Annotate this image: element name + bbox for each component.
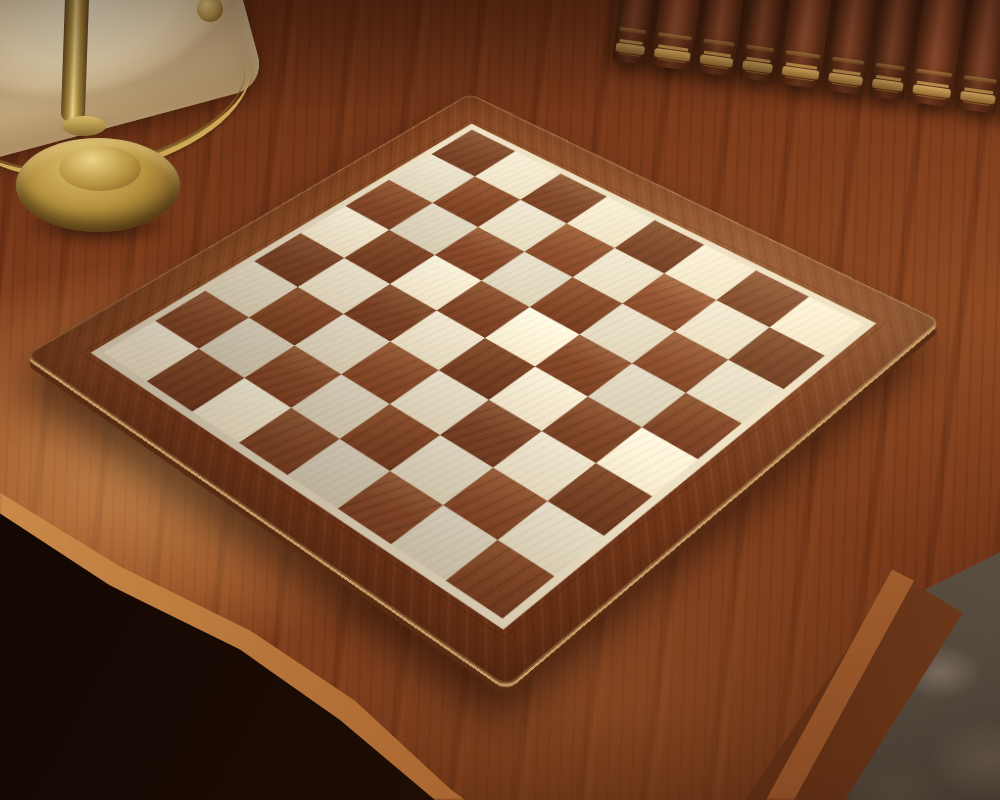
lamp-base-step [59,146,141,191]
scene-desk-with-chessboard [0,0,1000,800]
lamp-base [16,138,180,232]
lamp-column [61,0,90,122]
lamp-collar [62,116,106,136]
